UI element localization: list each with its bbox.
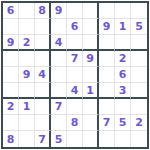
cell-r2c9[interactable]: 5 <box>131 19 147 35</box>
cell-r8c1[interactable] <box>3 115 19 131</box>
cell-r9c9[interactable] <box>131 131 147 147</box>
cell-r1c2[interactable] <box>19 3 35 19</box>
cell-r3c3[interactable] <box>35 35 51 51</box>
cell-r4c6[interactable]: 9 <box>83 51 99 67</box>
cell-r9c2[interactable] <box>19 131 35 147</box>
cell-r5c4[interactable] <box>51 67 67 83</box>
cell-r3c1[interactable]: 9 <box>3 35 19 51</box>
cell-r4c5[interactable]: 7 <box>67 51 83 67</box>
cell-r4c9[interactable] <box>131 51 147 67</box>
cell-r9c6[interactable] <box>83 131 99 147</box>
cell-r1c1[interactable]: 6 <box>3 3 19 19</box>
cell-r4c7[interactable] <box>99 51 115 67</box>
cell-r3c6[interactable] <box>83 35 99 51</box>
cell-r1c5[interactable] <box>67 3 83 19</box>
cell-r6c7[interactable] <box>99 83 115 99</box>
cell-r8c3[interactable] <box>35 115 51 131</box>
cell-r2c1[interactable] <box>3 19 19 35</box>
cell-r3c8[interactable] <box>115 35 131 51</box>
cell-r4c4[interactable] <box>51 51 67 67</box>
cell-r6c5[interactable]: 4 <box>67 83 83 99</box>
cell-r5c2[interactable]: 9 <box>19 67 35 83</box>
cell-r9c4[interactable]: 5 <box>51 131 67 147</box>
cell-r2c3[interactable] <box>35 19 51 35</box>
cell-r7c2[interactable]: 1 <box>19 99 35 115</box>
cell-r5c8[interactable]: 6 <box>115 67 131 83</box>
cell-r5c5[interactable] <box>67 67 83 83</box>
cell-r5c6[interactable] <box>83 67 99 83</box>
cell-r1c7[interactable] <box>99 3 115 19</box>
cell-r8c9[interactable]: 2 <box>131 115 147 131</box>
cell-r5c3[interactable]: 4 <box>35 67 51 83</box>
cell-r4c8[interactable]: 2 <box>115 51 131 67</box>
cell-r5c9[interactable] <box>131 67 147 83</box>
cell-r7c7[interactable] <box>99 99 115 115</box>
cell-r9c3[interactable]: 7 <box>35 131 51 147</box>
cell-r2c6[interactable] <box>83 19 99 35</box>
cell-r9c1[interactable]: 8 <box>3 131 19 147</box>
cell-r3c7[interactable] <box>99 35 115 51</box>
cell-r6c4[interactable] <box>51 83 67 99</box>
cell-r7c1[interactable]: 2 <box>3 99 19 115</box>
cell-r1c9[interactable] <box>131 3 147 19</box>
cell-r6c1[interactable] <box>3 83 19 99</box>
cell-r7c5[interactable] <box>67 99 83 115</box>
cell-r4c3[interactable] <box>35 51 51 67</box>
cell-r2c2[interactable] <box>19 19 35 35</box>
cell-r7c8[interactable] <box>115 99 131 115</box>
cell-r6c3[interactable] <box>35 83 51 99</box>
cell-r3c2[interactable]: 2 <box>19 35 35 51</box>
sudoku-puzzle: 68969159247929464132178752875 <box>0 0 150 150</box>
cell-r3c9[interactable] <box>131 35 147 51</box>
cell-r2c8[interactable]: 1 <box>115 19 131 35</box>
cell-r1c3[interactable]: 8 <box>35 3 51 19</box>
cell-r5c7[interactable] <box>99 67 115 83</box>
cell-r2c5[interactable]: 6 <box>67 19 83 35</box>
cell-r9c7[interactable] <box>99 131 115 147</box>
cell-r3c4[interactable]: 4 <box>51 35 67 51</box>
cell-r6c9[interactable] <box>131 83 147 99</box>
cell-r3c5[interactable] <box>67 35 83 51</box>
cell-r7c6[interactable] <box>83 99 99 115</box>
cell-r1c6[interactable] <box>83 3 99 19</box>
sudoku-board: 68969159247929464132178752875 <box>1 1 149 149</box>
cell-r7c3[interactable] <box>35 99 51 115</box>
cell-r4c1[interactable] <box>3 51 19 67</box>
cell-r4c2[interactable] <box>19 51 35 67</box>
cell-r7c9[interactable] <box>131 99 147 115</box>
cell-r2c4[interactable] <box>51 19 67 35</box>
cell-r8c7[interactable]: 7 <box>99 115 115 131</box>
cell-r9c5[interactable] <box>67 131 83 147</box>
cell-r8c6[interactable] <box>83 115 99 131</box>
cell-r6c2[interactable] <box>19 83 35 99</box>
cell-r8c2[interactable] <box>19 115 35 131</box>
cell-r8c5[interactable]: 8 <box>67 115 83 131</box>
cell-r8c8[interactable]: 5 <box>115 115 131 131</box>
cell-r1c4[interactable]: 9 <box>51 3 67 19</box>
cell-r9c8[interactable] <box>115 131 131 147</box>
cell-r8c4[interactable] <box>51 115 67 131</box>
cell-r6c8[interactable]: 3 <box>115 83 131 99</box>
cell-r6c6[interactable]: 1 <box>83 83 99 99</box>
cell-r2c7[interactable]: 9 <box>99 19 115 35</box>
cell-r7c4[interactable]: 7 <box>51 99 67 115</box>
cell-r5c1[interactable] <box>3 67 19 83</box>
cell-r1c8[interactable] <box>115 3 131 19</box>
